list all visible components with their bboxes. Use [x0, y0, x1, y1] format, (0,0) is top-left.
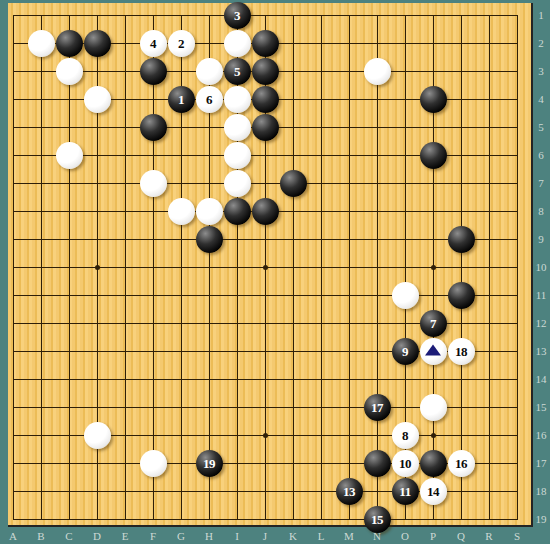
column-label: A [3, 530, 23, 543]
stone-black[interactable]: 17 [364, 394, 391, 421]
stone-white[interactable] [84, 86, 111, 113]
stone-black[interactable] [252, 30, 279, 57]
column-label: G [171, 530, 191, 543]
go-board[interactable]: 342516791817819101613111415 [8, 3, 533, 527]
grid-line-horizontal [13, 295, 518, 296]
move-number-label: 4 [140, 30, 167, 57]
stone-black[interactable]: 15 [364, 506, 391, 533]
stone-black[interactable] [252, 198, 279, 225]
stone-white[interactable]: 8 [392, 422, 419, 449]
column-label: Q [451, 530, 471, 543]
stone-black[interactable]: 11 [392, 478, 419, 505]
row-label: 6 [533, 149, 549, 162]
row-label: 1 [533, 9, 549, 22]
row-label: 14 [533, 373, 549, 386]
stone-black[interactable]: 7 [420, 310, 447, 337]
row-label: 10 [533, 261, 549, 274]
column-label: E [115, 530, 135, 543]
stone-black[interactable] [252, 86, 279, 113]
stone-white[interactable] [56, 142, 83, 169]
stone-white[interactable] [28, 30, 55, 57]
row-label: 15 [533, 401, 549, 414]
stone-white[interactable] [224, 142, 251, 169]
move-number-label: 17 [364, 394, 391, 421]
stone-black[interactable] [280, 170, 307, 197]
move-number-label: 1 [168, 86, 195, 113]
stone-white[interactable] [56, 58, 83, 85]
column-label: L [311, 530, 331, 543]
stone-black[interactable]: 3 [224, 2, 251, 29]
column-label: C [59, 530, 79, 543]
column-label: N [367, 530, 387, 543]
column-label: I [227, 530, 247, 543]
stone-white[interactable] [196, 198, 223, 225]
column-label: P [423, 530, 443, 543]
column-label: B [31, 530, 51, 543]
column-label: J [255, 530, 275, 543]
stone-white[interactable] [224, 170, 251, 197]
star-point [263, 433, 268, 438]
move-number-label: 3 [224, 2, 251, 29]
column-label: M [339, 530, 359, 543]
grid-line-vertical [377, 15, 378, 520]
stone-white[interactable] [420, 394, 447, 421]
grid-line-vertical [461, 15, 462, 520]
stone-white[interactable] [196, 58, 223, 85]
column-label: R [479, 530, 499, 543]
move-number-label: 13 [336, 478, 363, 505]
stone-black[interactable] [252, 114, 279, 141]
stone-black[interactable] [56, 30, 83, 57]
move-number-label: 5 [224, 58, 251, 85]
grid-line-vertical [489, 15, 490, 520]
column-label: K [283, 530, 303, 543]
move-number-label: 10 [392, 450, 419, 477]
row-label: 18 [533, 485, 549, 498]
grid-line-vertical [517, 15, 518, 520]
column-label: S [507, 530, 527, 543]
row-label: 11 [533, 289, 549, 302]
column-label: F [143, 530, 163, 543]
move-number-label: 2 [168, 30, 195, 57]
stone-black[interactable] [140, 58, 167, 85]
stone-black[interactable] [84, 30, 111, 57]
row-label: 13 [533, 345, 549, 358]
move-number-label: 9 [392, 338, 419, 365]
move-number-label: 14 [420, 478, 447, 505]
stone-white[interactable]: 2 [168, 30, 195, 57]
stone-white[interactable] [140, 170, 167, 197]
column-label: O [395, 530, 415, 543]
move-number-label: 18 [448, 338, 475, 365]
move-number-label: 19 [196, 450, 223, 477]
grid-line-vertical [293, 15, 294, 520]
row-label: 4 [533, 93, 549, 106]
stone-white[interactable] [168, 198, 195, 225]
stone-white[interactable]: 16 [448, 450, 475, 477]
stone-black[interactable]: 1 [168, 86, 195, 113]
move-number-label: 15 [364, 506, 391, 533]
stone-black[interactable] [196, 226, 223, 253]
stone-white[interactable] [392, 282, 419, 309]
stone-white[interactable] [140, 450, 167, 477]
star-point [431, 433, 436, 438]
row-label: 12 [533, 317, 549, 330]
row-label: 9 [533, 233, 549, 246]
move-number-label: 7 [420, 310, 447, 337]
stone-black[interactable] [420, 142, 447, 169]
row-label: 17 [533, 457, 549, 470]
row-label: 7 [533, 177, 549, 190]
stone-white[interactable] [224, 114, 251, 141]
stone-white[interactable] [224, 30, 251, 57]
row-label: 3 [533, 65, 549, 78]
grid-line-horizontal [13, 379, 518, 380]
grid-line-vertical [321, 15, 322, 520]
stone-black[interactable]: 5 [224, 58, 251, 85]
go-diagram-page: 342516791817819101613111415 ABCDEFGHIJKL… [0, 0, 550, 544]
stone-white[interactable]: 18 [448, 338, 475, 365]
column-label: H [199, 530, 219, 543]
stone-black[interactable]: 19 [196, 450, 223, 477]
row-label: 5 [533, 121, 549, 134]
stone-white[interactable]: 10 [392, 450, 419, 477]
stone-black[interactable] [224, 198, 251, 225]
row-label: 19 [533, 513, 549, 526]
stone-white[interactable] [420, 338, 447, 365]
row-label: 16 [533, 429, 549, 442]
stone-black[interactable] [448, 226, 475, 253]
stone-black[interactable] [252, 58, 279, 85]
stone-black[interactable] [364, 450, 391, 477]
grid-line-horizontal [13, 519, 518, 520]
stone-white[interactable] [84, 422, 111, 449]
grid-line-vertical [349, 15, 350, 520]
row-label: 8 [533, 205, 549, 218]
star-point [95, 265, 100, 270]
stone-black[interactable] [420, 450, 447, 477]
stone-black[interactable]: 9 [392, 338, 419, 365]
column-label: D [87, 530, 107, 543]
stone-black[interactable] [420, 86, 447, 113]
star-point [263, 265, 268, 270]
stone-black[interactable]: 13 [336, 478, 363, 505]
stone-white[interactable]: 14 [420, 478, 447, 505]
stone-white[interactable] [364, 58, 391, 85]
stone-black[interactable] [140, 114, 167, 141]
stone-black[interactable] [448, 282, 475, 309]
move-number-label: 11 [392, 478, 419, 505]
stone-white[interactable]: 6 [196, 86, 223, 113]
triangle-marker [425, 345, 441, 356]
stone-white[interactable] [224, 86, 251, 113]
move-number-label: 16 [448, 450, 475, 477]
move-number-label: 8 [392, 422, 419, 449]
stone-white[interactable]: 4 [140, 30, 167, 57]
row-label: 2 [533, 37, 549, 50]
star-point [431, 265, 436, 270]
move-number-label: 6 [196, 86, 223, 113]
